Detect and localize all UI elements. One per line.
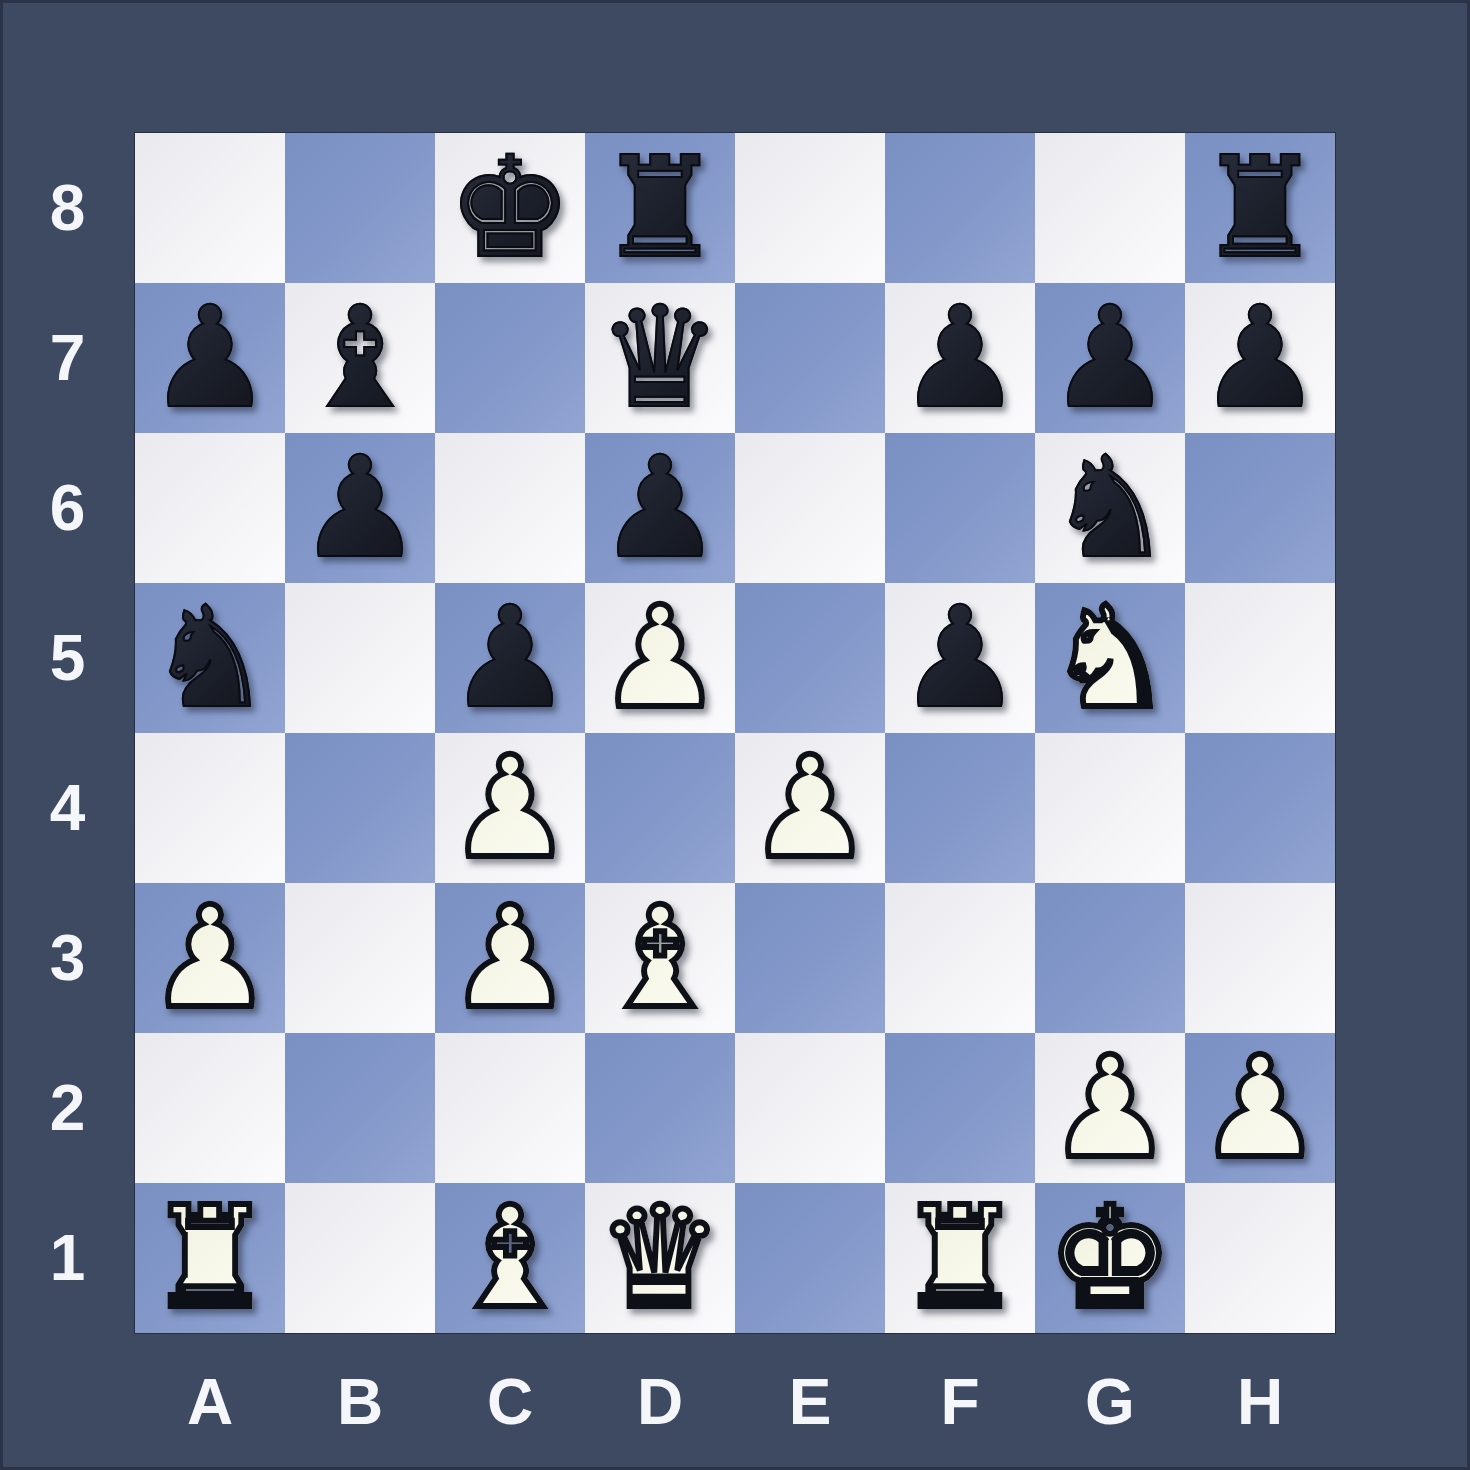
square-h6[interactable] bbox=[1185, 433, 1335, 583]
rank-label-6: 6 bbox=[0, 433, 135, 583]
square-h1[interactable] bbox=[1185, 1183, 1335, 1333]
black-knight-a5[interactable]: ♞ bbox=[147, 583, 273, 733]
square-a1[interactable]: ♜ bbox=[135, 1183, 285, 1333]
black-pawn-b6[interactable]: ♟ bbox=[297, 433, 423, 583]
white-pawn-e4[interactable]: ♟ bbox=[747, 733, 873, 883]
square-d2[interactable] bbox=[585, 1033, 735, 1183]
black-pawn-c5[interactable]: ♟ bbox=[447, 583, 573, 733]
white-pawn-a3[interactable]: ♟ bbox=[147, 883, 273, 1033]
file-label-d: D bbox=[585, 1333, 735, 1470]
square-g1[interactable]: ♚ bbox=[1035, 1183, 1185, 1333]
square-e6[interactable] bbox=[735, 433, 885, 583]
file-label-a: A bbox=[135, 1333, 285, 1470]
white-rook-a1[interactable]: ♜ bbox=[147, 1183, 273, 1333]
square-h4[interactable] bbox=[1185, 733, 1335, 883]
square-a2[interactable] bbox=[135, 1033, 285, 1183]
square-c4[interactable]: ♟ bbox=[435, 733, 585, 883]
square-f4[interactable] bbox=[885, 733, 1035, 883]
square-e1[interactable] bbox=[735, 1183, 885, 1333]
white-pawn-d5[interactable]: ♟ bbox=[597, 583, 723, 733]
file-label-c: C bbox=[435, 1333, 585, 1470]
white-pawn-c3[interactable]: ♟ bbox=[447, 883, 573, 1033]
rank-label-8: 8 bbox=[0, 133, 135, 283]
square-g3[interactable] bbox=[1035, 883, 1185, 1033]
square-b5[interactable] bbox=[285, 583, 435, 733]
square-a4[interactable] bbox=[135, 733, 285, 883]
black-knight-g6[interactable]: ♞ bbox=[1047, 433, 1173, 583]
square-c5[interactable]: ♟ bbox=[435, 583, 585, 733]
square-a7[interactable]: ♟ bbox=[135, 283, 285, 433]
square-c1[interactable]: ♝ bbox=[435, 1183, 585, 1333]
square-b6[interactable]: ♟ bbox=[285, 433, 435, 583]
square-b4[interactable] bbox=[285, 733, 435, 883]
square-g2[interactable]: ♟ bbox=[1035, 1033, 1185, 1183]
square-e8[interactable] bbox=[735, 133, 885, 283]
white-king-g1[interactable]: ♚ bbox=[1047, 1183, 1173, 1333]
square-c3[interactable]: ♟ bbox=[435, 883, 585, 1033]
black-pawn-f5[interactable]: ♟ bbox=[897, 583, 1023, 733]
black-pawn-f7[interactable]: ♟ bbox=[897, 283, 1023, 433]
square-h8[interactable]: ♜ bbox=[1185, 133, 1335, 283]
rank-label-1: 1 bbox=[0, 1183, 135, 1333]
square-a8[interactable] bbox=[135, 133, 285, 283]
square-b8[interactable] bbox=[285, 133, 435, 283]
rank-label-2: 2 bbox=[0, 1033, 135, 1183]
file-label-f: F bbox=[885, 1333, 1035, 1470]
square-g4[interactable] bbox=[1035, 733, 1185, 883]
black-pawn-d6[interactable]: ♟ bbox=[597, 433, 723, 583]
square-g7[interactable]: ♟ bbox=[1035, 283, 1185, 433]
file-label-e: E bbox=[735, 1333, 885, 1470]
square-e3[interactable] bbox=[735, 883, 885, 1033]
file-label-g: G bbox=[1035, 1333, 1185, 1470]
black-pawn-h7[interactable]: ♟ bbox=[1197, 283, 1323, 433]
square-h3[interactable] bbox=[1185, 883, 1335, 1033]
square-g5[interactable]: ♞ bbox=[1035, 583, 1185, 733]
white-pawn-h2[interactable]: ♟ bbox=[1197, 1033, 1323, 1183]
square-c7[interactable] bbox=[435, 283, 585, 433]
square-d8[interactable]: ♜ bbox=[585, 133, 735, 283]
black-pawn-g7[interactable]: ♟ bbox=[1047, 283, 1173, 433]
square-f1[interactable]: ♜ bbox=[885, 1183, 1035, 1333]
square-c2[interactable] bbox=[435, 1033, 585, 1183]
square-c8[interactable]: ♚ bbox=[435, 133, 585, 283]
black-rook-h8[interactable]: ♜ bbox=[1197, 133, 1323, 283]
square-g8[interactable] bbox=[1035, 133, 1185, 283]
square-b3[interactable] bbox=[285, 883, 435, 1033]
square-b1[interactable] bbox=[285, 1183, 435, 1333]
black-rook-d8[interactable]: ♜ bbox=[597, 133, 723, 283]
square-h5[interactable] bbox=[1185, 583, 1335, 733]
black-king-c8[interactable]: ♚ bbox=[447, 133, 573, 283]
rank-label-7: 7 bbox=[0, 283, 135, 433]
square-f8[interactable] bbox=[885, 133, 1035, 283]
square-c6[interactable] bbox=[435, 433, 585, 583]
white-pawn-g2[interactable]: ♟ bbox=[1047, 1033, 1173, 1183]
black-bishop-b7[interactable]: ♝ bbox=[297, 283, 423, 433]
white-queen-d1[interactable]: ♛ bbox=[597, 1183, 723, 1333]
file-label-h: H bbox=[1185, 1333, 1335, 1470]
square-h7[interactable]: ♟ bbox=[1185, 283, 1335, 433]
square-f5[interactable]: ♟ bbox=[885, 583, 1035, 733]
white-knight-g5[interactable]: ♞ bbox=[1047, 583, 1173, 733]
square-f2[interactable] bbox=[885, 1033, 1035, 1183]
square-d7[interactable]: ♛ bbox=[585, 283, 735, 433]
white-bishop-d3[interactable]: ♝ bbox=[597, 883, 723, 1033]
white-rook-f1[interactable]: ♜ bbox=[897, 1183, 1023, 1333]
black-queen-d7[interactable]: ♛ bbox=[597, 283, 723, 433]
square-b7[interactable]: ♝ bbox=[285, 283, 435, 433]
square-e5[interactable] bbox=[735, 583, 885, 733]
square-f3[interactable] bbox=[885, 883, 1035, 1033]
rank-label-3: 3 bbox=[0, 883, 135, 1033]
rank-label-5: 5 bbox=[0, 583, 135, 733]
square-a5[interactable]: ♞ bbox=[135, 583, 285, 733]
file-label-b: B bbox=[285, 1333, 435, 1470]
chess-board: ♚♜♜♟♝♛♟♟♟♟♟♞♞♟♟♟♞♟♟♟♟♝♟♟♜♝♛♜♚ bbox=[135, 133, 1335, 1333]
square-d3[interactable]: ♝ bbox=[585, 883, 735, 1033]
square-f6[interactable] bbox=[885, 433, 1035, 583]
square-a3[interactable]: ♟ bbox=[135, 883, 285, 1033]
square-e7[interactable] bbox=[735, 283, 885, 433]
black-pawn-a7[interactable]: ♟ bbox=[147, 283, 273, 433]
square-d4[interactable] bbox=[585, 733, 735, 883]
rank-labels: 8 7 6 5 4 3 2 1 bbox=[0, 133, 135, 1333]
rank-label-4: 4 bbox=[0, 733, 135, 883]
white-pawn-c4[interactable]: ♟ bbox=[447, 733, 573, 883]
square-f7[interactable]: ♟ bbox=[885, 283, 1035, 433]
square-g6[interactable]: ♞ bbox=[1035, 433, 1185, 583]
square-h2[interactable]: ♟ bbox=[1185, 1033, 1335, 1183]
square-d1[interactable]: ♛ bbox=[585, 1183, 735, 1333]
square-e4[interactable]: ♟ bbox=[735, 733, 885, 883]
square-b2[interactable] bbox=[285, 1033, 435, 1183]
file-labels: A B C D E F G H bbox=[135, 1333, 1335, 1470]
square-a6[interactable] bbox=[135, 433, 285, 583]
square-e2[interactable] bbox=[735, 1033, 885, 1183]
square-d5[interactable]: ♟ bbox=[585, 583, 735, 733]
white-bishop-c1[interactable]: ♝ bbox=[447, 1183, 573, 1333]
square-d6[interactable]: ♟ bbox=[585, 433, 735, 583]
